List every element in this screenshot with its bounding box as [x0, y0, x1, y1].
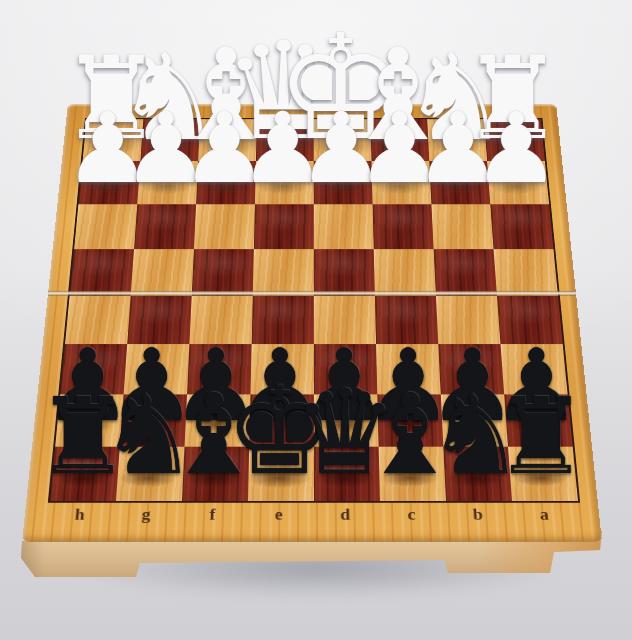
square-a3[interactable] [490, 204, 553, 249]
file-label-g: g [112, 506, 179, 524]
square-d3[interactable] [314, 204, 374, 249]
file-label-f: f [179, 506, 246, 524]
file-label-c: c [378, 506, 445, 524]
piece-white-pawn-a2[interactable]: ♟ [473, 100, 560, 198]
square-f4[interactable] [192, 249, 254, 296]
square-b3[interactable] [431, 204, 493, 249]
square-b4[interactable] [434, 249, 497, 296]
square-c3[interactable] [373, 204, 434, 249]
board-fold-seam [48, 291, 576, 296]
square-h3[interactable] [74, 204, 137, 249]
file-labels: hgfedcba [45, 500, 578, 529]
square-c4[interactable] [374, 249, 436, 296]
product-photo-scene: hgfedcba ♜♞♝♛♚♝♞♜♟♟♟♟♟♟♟♟♟♟♟♟♟♟♟♟♜♞♝♚♛♝♞… [0, 0, 632, 640]
file-label-d: d [312, 506, 379, 524]
square-e3[interactable] [254, 204, 314, 249]
file-label-e: e [245, 506, 312, 524]
file-label-h: h [46, 506, 114, 524]
square-a4[interactable] [494, 249, 558, 296]
square-h4[interactable] [70, 249, 134, 296]
file-label-a: a [510, 506, 578, 524]
file-label-b: b [444, 506, 511, 524]
square-e4[interactable] [253, 249, 314, 296]
piece-black-rook-a8[interactable]: ♜ [494, 385, 589, 490]
square-d4[interactable] [314, 249, 375, 296]
square-f3[interactable] [194, 204, 255, 249]
square-g4[interactable] [131, 249, 194, 296]
square-g3[interactable] [134, 204, 196, 249]
